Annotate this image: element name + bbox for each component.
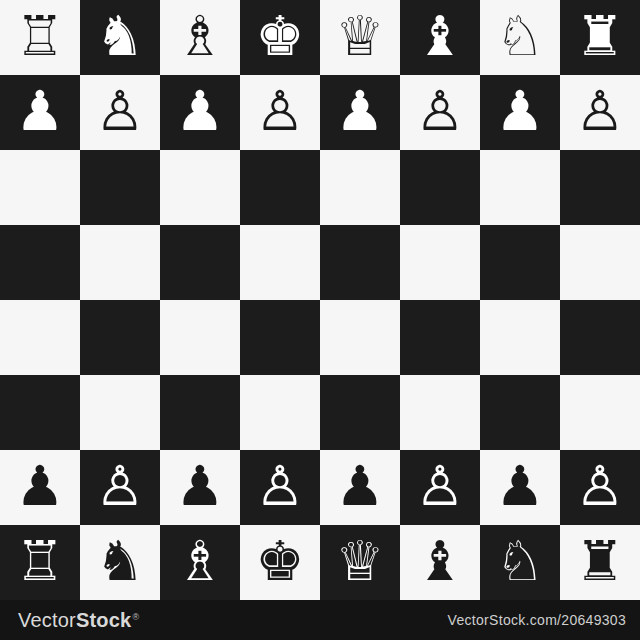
square-e7: ♟ (320, 75, 400, 150)
square-d8: ♚ (240, 0, 320, 75)
square-g1: ♘ (480, 525, 560, 600)
square-c6 (160, 150, 240, 225)
piece-black-rook: ♖ (15, 9, 64, 64)
piece-black-pawn: ♟ (175, 459, 224, 514)
piece-white-pawn: ♙ (255, 459, 304, 514)
square-a5 (0, 225, 80, 300)
square-e8: ♕ (320, 0, 400, 75)
square-g7: ♟ (480, 75, 560, 150)
piece-white-pawn: ♙ (95, 459, 144, 514)
square-b7: ♙ (80, 75, 160, 150)
piece-black-pawn: ♙ (95, 84, 144, 139)
square-b1: ♞ (80, 525, 160, 600)
square-b6 (80, 150, 160, 225)
chess-board: ♖♞♗♚♕♝♘♜♟♙♟♙♟♙♟♙♟♙♟♙♟♙♟♙♖♞♗♚♕♝♘♜ (0, 0, 640, 600)
square-c4 (160, 300, 240, 375)
square-d3 (240, 375, 320, 450)
square-e3 (320, 375, 400, 450)
square-f4 (400, 300, 480, 375)
piece-black-pawn: ♙ (255, 84, 304, 139)
square-e6 (320, 150, 400, 225)
piece-black-pawn: ♙ (415, 84, 464, 139)
piece-black-knight: ♞ (95, 534, 144, 589)
square-h2: ♙ (560, 450, 640, 525)
vectorstock-logo: VectorStock® (18, 609, 139, 632)
square-a2: ♟ (0, 450, 80, 525)
watermark-url: VectorStock.com/20649303 (448, 612, 626, 628)
watermark-bar: VectorStock® VectorStock.com/20649303 (0, 600, 640, 640)
piece-black-bishop: ♗ (175, 9, 224, 64)
square-f7: ♙ (400, 75, 480, 150)
square-f8: ♝ (400, 0, 480, 75)
square-d6 (240, 150, 320, 225)
square-g5 (480, 225, 560, 300)
square-h4 (560, 300, 640, 375)
piece-white-pawn: ♙ (415, 459, 464, 514)
square-f3 (400, 375, 480, 450)
piece-white-knight: ♞ (95, 9, 144, 64)
square-b5 (80, 225, 160, 300)
square-h8: ♜ (560, 0, 640, 75)
square-h5 (560, 225, 640, 300)
piece-white-pawn: ♟ (335, 84, 384, 139)
square-d1: ♚ (240, 525, 320, 600)
square-h6 (560, 150, 640, 225)
piece-black-rook: ♜ (575, 534, 624, 589)
square-h7: ♙ (560, 75, 640, 150)
square-e2: ♟ (320, 450, 400, 525)
square-c3 (160, 375, 240, 450)
piece-white-queen: ♕ (335, 534, 384, 589)
square-f6 (400, 150, 480, 225)
square-a7: ♟ (0, 75, 80, 150)
square-f5 (400, 225, 480, 300)
square-g8: ♘ (480, 0, 560, 75)
piece-white-pawn: ♟ (495, 84, 544, 139)
piece-black-bishop: ♝ (415, 534, 464, 589)
piece-black-knight: ♘ (495, 9, 544, 64)
square-a8: ♖ (0, 0, 80, 75)
square-b3 (80, 375, 160, 450)
square-d4 (240, 300, 320, 375)
square-g2: ♟ (480, 450, 560, 525)
square-e5 (320, 225, 400, 300)
logo-text-stock: Stock (76, 609, 131, 632)
piece-white-pawn: ♙ (575, 459, 624, 514)
square-c7: ♟ (160, 75, 240, 150)
square-f2: ♙ (400, 450, 480, 525)
square-g3 (480, 375, 560, 450)
square-a4 (0, 300, 80, 375)
square-g6 (480, 150, 560, 225)
square-d2: ♙ (240, 450, 320, 525)
square-a6 (0, 150, 80, 225)
stock-image-stage: ♖♞♗♚♕♝♘♜♟♙♟♙♟♙♟♙♟♙♟♙♟♙♟♙♖♞♗♚♕♝♘♜ VectorS… (0, 0, 640, 640)
piece-black-pawn: ♟ (15, 459, 64, 514)
piece-white-pawn: ♟ (175, 84, 224, 139)
square-c2: ♟ (160, 450, 240, 525)
piece-white-knight: ♘ (495, 534, 544, 589)
square-d7: ♙ (240, 75, 320, 150)
square-c8: ♗ (160, 0, 240, 75)
piece-black-pawn: ♟ (335, 459, 384, 514)
square-b4 (80, 300, 160, 375)
piece-black-pawn: ♟ (495, 459, 544, 514)
logo-text-vector: Vector (18, 609, 76, 632)
square-e4 (320, 300, 400, 375)
square-c1: ♗ (160, 525, 240, 600)
square-h1: ♜ (560, 525, 640, 600)
piece-white-pawn: ♟ (15, 84, 64, 139)
square-b2: ♙ (80, 450, 160, 525)
piece-white-king: ♚ (255, 9, 304, 64)
square-g4 (480, 300, 560, 375)
square-f1: ♝ (400, 525, 480, 600)
square-h3 (560, 375, 640, 450)
square-a3 (0, 375, 80, 450)
square-c5 (160, 225, 240, 300)
square-e1: ♕ (320, 525, 400, 600)
square-b8: ♞ (80, 0, 160, 75)
piece-black-queen: ♕ (335, 9, 384, 64)
registered-trademark-icon: ® (132, 613, 139, 622)
piece-black-pawn: ♙ (575, 84, 624, 139)
square-a1: ♖ (0, 525, 80, 600)
piece-white-bishop: ♝ (415, 9, 464, 64)
piece-white-rook: ♖ (15, 534, 64, 589)
piece-white-rook: ♜ (575, 9, 624, 64)
square-d5 (240, 225, 320, 300)
piece-black-king: ♚ (255, 534, 304, 589)
piece-white-bishop: ♗ (175, 534, 224, 589)
